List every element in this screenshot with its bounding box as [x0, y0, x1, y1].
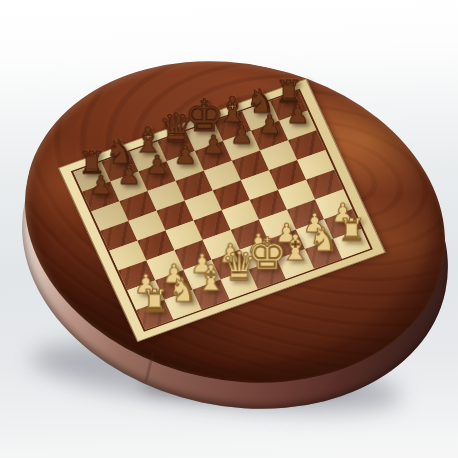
piece-black-pawn[interactable]: ♟	[286, 101, 309, 127]
piece-black-pawn[interactable]: ♟	[117, 162, 140, 188]
piece-white-knight[interactable]: ♞	[308, 223, 338, 256]
piece-white-rook[interactable]: ♜	[337, 215, 365, 246]
piece-white-rook[interactable]: ♜	[141, 286, 169, 317]
piece-black-pawn[interactable]: ♟	[89, 172, 112, 198]
piece-white-knight[interactable]: ♞	[168, 274, 198, 307]
piece-black-pawn[interactable]: ♟	[229, 122, 252, 148]
piece-black-pawn[interactable]: ♟	[258, 112, 281, 138]
piece-black-pawn[interactable]: ♟	[173, 142, 196, 168]
piece-white-bishop[interactable]: ♝	[279, 231, 310, 266]
scene: ♜♞♝♛♚♝♞♜♟♟♟♟♟♟♟♟♟♟♟♟♟♟♟♟♜♞♝♛♚♝♞♜	[0, 0, 458, 458]
piece-black-pawn[interactable]: ♟	[145, 152, 168, 178]
piece-black-pawn[interactable]: ♟	[201, 132, 224, 158]
